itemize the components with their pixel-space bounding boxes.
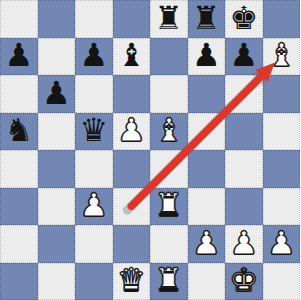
piece-white-rook: ♜ [154, 264, 183, 296]
square-d7[interactable]: ♝ [113, 38, 151, 76]
square-a6[interactable] [0, 75, 38, 113]
square-b1[interactable] [38, 263, 76, 300]
square-g1[interactable]: ♚ [225, 263, 263, 300]
piece-white-pawn: ♟ [117, 114, 146, 146]
square-e1[interactable]: ♜ [150, 263, 188, 300]
square-h6[interactable] [263, 75, 301, 113]
piece-black-pawn: ♟ [79, 39, 108, 71]
square-d2[interactable] [113, 225, 151, 263]
piece-white-rook: ♜ [154, 189, 183, 221]
square-g4[interactable] [225, 150, 263, 188]
square-f7[interactable]: ♟ [188, 38, 226, 76]
square-g6[interactable] [225, 75, 263, 113]
piece-black-pawn: ♟ [4, 39, 33, 71]
piece-black-pawn: ♟ [42, 77, 71, 109]
square-g7[interactable]: ♟ [225, 38, 263, 76]
piece-black-pawn: ♟ [229, 39, 258, 71]
piece-white-bishop: ♝ [154, 114, 183, 146]
square-a2[interactable] [0, 225, 38, 263]
square-c1[interactable] [75, 263, 113, 300]
square-c6[interactable] [75, 75, 113, 113]
piece-white-queen: ♛ [117, 264, 146, 296]
square-b5[interactable] [38, 113, 76, 151]
square-e7[interactable] [150, 38, 188, 76]
square-f2[interactable]: ♟ [188, 225, 226, 263]
board-grid: ♜♜♚♟♟♝♟♟♝♟♞♛♟♝♟♜♟♟♟♛♜♚ [0, 0, 300, 300]
square-e5[interactable]: ♝ [150, 113, 188, 151]
square-c8[interactable] [75, 0, 113, 38]
square-d3[interactable] [113, 188, 151, 226]
piece-white-pawn: ♟ [229, 227, 258, 259]
square-g2[interactable]: ♟ [225, 225, 263, 263]
piece-white-pawn: ♟ [192, 227, 221, 259]
square-b6[interactable]: ♟ [38, 75, 76, 113]
square-e2[interactable] [150, 225, 188, 263]
square-e3[interactable]: ♜ [150, 188, 188, 226]
square-e8[interactable]: ♜ [150, 0, 188, 38]
square-h1[interactable] [263, 263, 301, 300]
square-c2[interactable] [75, 225, 113, 263]
square-h5[interactable] [263, 113, 301, 151]
square-f6[interactable] [188, 75, 226, 113]
square-a4[interactable] [0, 150, 38, 188]
square-g3[interactable] [225, 188, 263, 226]
square-h7[interactable]: ♝ [263, 38, 301, 76]
square-b7[interactable] [38, 38, 76, 76]
square-b4[interactable] [38, 150, 76, 188]
square-h4[interactable] [263, 150, 301, 188]
piece-black-rook: ♜ [154, 2, 183, 34]
piece-black-pawn: ♟ [192, 39, 221, 71]
piece-white-pawn: ♟ [79, 189, 108, 221]
square-d1[interactable]: ♛ [113, 263, 151, 300]
square-b3[interactable] [38, 188, 76, 226]
square-a8[interactable] [0, 0, 38, 38]
square-h3[interactable] [263, 188, 301, 226]
square-f1[interactable] [188, 263, 226, 300]
square-h8[interactable] [263, 0, 301, 38]
square-a1[interactable] [0, 263, 38, 300]
square-b8[interactable] [38, 0, 76, 38]
piece-black-bishop: ♝ [117, 39, 146, 71]
piece-white-pawn: ♟ [267, 227, 296, 259]
square-c4[interactable] [75, 150, 113, 188]
piece-black-king: ♚ [229, 2, 258, 34]
square-f3[interactable] [188, 188, 226, 226]
square-h2[interactable]: ♟ [263, 225, 301, 263]
piece-black-rook: ♜ [192, 2, 221, 34]
square-a3[interactable] [0, 188, 38, 226]
square-c5[interactable]: ♛ [75, 113, 113, 151]
piece-white-bishop: ♝ [267, 39, 296, 71]
square-d6[interactable] [113, 75, 151, 113]
square-g5[interactable] [225, 113, 263, 151]
square-b2[interactable] [38, 225, 76, 263]
chess-board: ♜♜♚♟♟♝♟♟♝♟♞♛♟♝♟♜♟♟♟♛♜♚ [0, 0, 300, 300]
square-f8[interactable]: ♜ [188, 0, 226, 38]
square-f4[interactable] [188, 150, 226, 188]
square-d5[interactable]: ♟ [113, 113, 151, 151]
square-a7[interactable]: ♟ [0, 38, 38, 76]
square-d8[interactable] [113, 0, 151, 38]
square-e6[interactable] [150, 75, 188, 113]
square-d4[interactable] [113, 150, 151, 188]
square-c3[interactable]: ♟ [75, 188, 113, 226]
square-f5[interactable] [188, 113, 226, 151]
square-e4[interactable] [150, 150, 188, 188]
piece-black-knight: ♞ [4, 114, 33, 146]
piece-black-queen: ♛ [79, 114, 108, 146]
square-a5[interactable]: ♞ [0, 113, 38, 151]
piece-white-king: ♚ [229, 264, 258, 296]
square-c7[interactable]: ♟ [75, 38, 113, 76]
square-g8[interactable]: ♚ [225, 0, 263, 38]
